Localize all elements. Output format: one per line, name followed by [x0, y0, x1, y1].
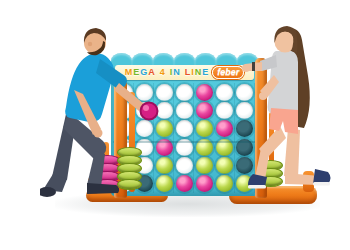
green-disc	[196, 120, 213, 137]
girl-shorts	[269, 108, 298, 134]
man-front-shoe	[87, 183, 119, 194]
man-left-hand	[94, 129, 103, 138]
pink-disc	[196, 175, 213, 192]
banner-letter: N	[173, 68, 180, 77]
banner-letter: L	[185, 68, 191, 77]
board-cell-r5c4	[174, 156, 194, 174]
board-cell-r5c6	[215, 156, 235, 174]
empty-hole	[176, 120, 193, 137]
board-cell-r2c5	[195, 101, 215, 119]
empty-hole	[176, 102, 193, 119]
green-disc	[216, 157, 233, 174]
board-cell-r6c5	[195, 175, 215, 193]
board-cell-r1c5	[195, 83, 215, 101]
pink-disc	[196, 102, 213, 119]
scene: MEGA4INLINE feber	[0, 0, 350, 250]
man-front-shin	[87, 151, 105, 187]
board-cell-r3c5	[195, 120, 215, 138]
board-cell-r1c4	[174, 83, 194, 101]
banner-letter: I	[191, 68, 194, 77]
girl-rear-shoe	[313, 169, 331, 184]
board-cell-r5c5	[195, 156, 215, 174]
banner-letter: I	[170, 68, 173, 77]
girl-rear-sole	[313, 182, 330, 186]
board-cell-r6c6	[215, 175, 235, 193]
player-right-girl	[240, 18, 345, 200]
board-cell-r1c6	[215, 83, 235, 101]
board-cell-r3c6	[215, 120, 235, 138]
girl-bracelet	[252, 62, 255, 71]
board-cell-r2c4	[174, 101, 194, 119]
empty-hole	[176, 157, 193, 174]
pink-disc	[196, 84, 213, 101]
pink-disc	[216, 120, 233, 137]
girl-lower-hand	[259, 92, 267, 100]
banner-letter: E	[202, 68, 208, 77]
girl-rear-thigh	[284, 128, 300, 178]
man-ear	[88, 42, 92, 46]
empty-hole	[176, 84, 193, 101]
man-right-forearm	[114, 83, 144, 111]
board-cell-r3c4	[174, 120, 194, 138]
green-disc	[196, 157, 213, 174]
board-cell-r2c6	[215, 101, 235, 119]
player-left-man	[40, 22, 170, 200]
empty-hole	[216, 84, 233, 101]
held-pink-disc-sheen	[143, 105, 149, 111]
held-pink-disc	[141, 103, 158, 120]
banner-letter: N	[195, 68, 202, 77]
empty-hole	[216, 102, 233, 119]
board-cell-r6c4	[174, 175, 194, 193]
girl-front-sole	[248, 185, 266, 189]
girl-upper-hand	[242, 64, 250, 72]
green-disc	[216, 175, 233, 192]
pink-disc	[176, 175, 193, 192]
